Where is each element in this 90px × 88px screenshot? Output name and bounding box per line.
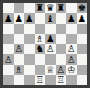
square-b8[interactable] bbox=[14, 3, 25, 13]
square-g4[interactable]: ♙ bbox=[66, 44, 77, 54]
square-f6[interactable] bbox=[56, 24, 67, 34]
square-g8[interactable] bbox=[66, 3, 77, 13]
square-a6[interactable] bbox=[3, 24, 14, 34]
white-pawn-icon: ♙ bbox=[46, 44, 55, 53]
white-pawn-icon: ♙ bbox=[4, 54, 13, 63]
square-b3[interactable] bbox=[14, 54, 25, 64]
white-rook-icon: ♖ bbox=[56, 75, 65, 84]
black-pawn-icon: ♟ bbox=[14, 13, 23, 22]
white-pawn-icon: ♙ bbox=[67, 54, 76, 63]
black-queen-icon: ♛ bbox=[46, 3, 55, 12]
square-d8[interactable]: ♜ bbox=[35, 3, 46, 13]
black-knight-icon: ♞ bbox=[35, 44, 44, 53]
square-d1[interactable]: ♖ bbox=[35, 75, 46, 85]
square-e7[interactable]: ♝ bbox=[45, 13, 56, 23]
chess-board-frame: ♜♛♜♚♟♟♟♝♟♟♗♟♙♞♙♙♙♙♗♕♙♔♖♖ bbox=[0, 0, 90, 88]
square-e5[interactable]: ♟ bbox=[45, 34, 56, 44]
square-c7[interactable]: ♟ bbox=[24, 13, 35, 23]
square-g6[interactable] bbox=[66, 24, 77, 34]
square-f4[interactable] bbox=[56, 44, 67, 54]
square-f5[interactable] bbox=[56, 34, 67, 44]
square-b1[interactable] bbox=[14, 75, 25, 85]
square-a8[interactable] bbox=[3, 3, 14, 13]
square-a3[interactable]: ♙ bbox=[3, 54, 14, 64]
square-a2[interactable] bbox=[3, 65, 14, 75]
square-c3[interactable] bbox=[24, 54, 35, 64]
square-c6[interactable] bbox=[24, 24, 35, 34]
square-e3[interactable] bbox=[45, 54, 56, 64]
square-g5[interactable] bbox=[66, 34, 77, 44]
white-queen-icon: ♕ bbox=[46, 65, 55, 74]
square-h1[interactable] bbox=[77, 75, 88, 85]
square-c1[interactable] bbox=[24, 75, 35, 85]
square-d5[interactable]: ♗ bbox=[35, 34, 46, 44]
chess-board: ♜♛♜♚♟♟♟♝♟♟♗♟♙♞♙♙♙♙♗♕♙♔♖♖ bbox=[3, 3, 87, 85]
square-h5[interactable] bbox=[77, 34, 88, 44]
square-h2[interactable] bbox=[77, 65, 88, 75]
square-a1[interactable] bbox=[3, 75, 14, 85]
square-h4[interactable] bbox=[77, 44, 88, 54]
square-f7[interactable] bbox=[56, 13, 67, 23]
square-a7[interactable]: ♟ bbox=[3, 13, 14, 23]
black-bishop-icon: ♝ bbox=[46, 13, 55, 22]
black-pawn-icon: ♟ bbox=[4, 13, 13, 22]
square-d6[interactable] bbox=[35, 24, 46, 34]
black-pawn-icon: ♟ bbox=[77, 13, 86, 22]
square-f3[interactable] bbox=[56, 54, 67, 64]
square-g1[interactable] bbox=[66, 75, 77, 85]
square-a4[interactable] bbox=[3, 44, 14, 54]
square-b5[interactable] bbox=[14, 34, 25, 44]
white-pawn-icon: ♙ bbox=[67, 44, 76, 53]
square-e6[interactable] bbox=[45, 24, 56, 34]
square-f2[interactable]: ♙ bbox=[56, 65, 67, 75]
white-bishop-icon: ♗ bbox=[14, 65, 23, 74]
square-g2[interactable]: ♔ bbox=[66, 65, 77, 75]
square-a5[interactable] bbox=[3, 34, 14, 44]
square-g7[interactable]: ♟ bbox=[66, 13, 77, 23]
square-h6[interactable] bbox=[77, 24, 88, 34]
square-b4[interactable]: ♙ bbox=[14, 44, 25, 54]
square-c5[interactable] bbox=[24, 34, 35, 44]
square-h8[interactable]: ♚ bbox=[77, 3, 88, 13]
white-pawn-icon: ♙ bbox=[14, 44, 23, 53]
white-rook-icon: ♖ bbox=[35, 75, 44, 84]
square-d7[interactable] bbox=[35, 13, 46, 23]
square-f8[interactable]: ♜ bbox=[56, 3, 67, 13]
black-rook-icon: ♜ bbox=[56, 3, 65, 12]
square-c4[interactable] bbox=[24, 44, 35, 54]
black-pawn-icon: ♟ bbox=[67, 13, 76, 22]
square-d3[interactable] bbox=[35, 54, 46, 64]
square-b7[interactable]: ♟ bbox=[14, 13, 25, 23]
white-bishop-icon: ♗ bbox=[35, 34, 44, 43]
square-e8[interactable]: ♛ bbox=[45, 3, 56, 13]
square-c2[interactable] bbox=[24, 65, 35, 75]
square-d4[interactable]: ♞ bbox=[35, 44, 46, 54]
black-pawn-icon: ♟ bbox=[46, 34, 55, 43]
square-e4[interactable]: ♙ bbox=[45, 44, 56, 54]
square-c8[interactable] bbox=[24, 3, 35, 13]
white-king-icon: ♔ bbox=[67, 65, 76, 74]
white-pawn-icon: ♙ bbox=[56, 65, 65, 74]
square-b6[interactable] bbox=[14, 24, 25, 34]
square-e2[interactable]: ♕ bbox=[45, 65, 56, 75]
square-h7[interactable]: ♟ bbox=[77, 13, 88, 23]
black-rook-icon: ♜ bbox=[35, 3, 44, 12]
square-f1[interactable]: ♖ bbox=[56, 75, 67, 85]
square-e1[interactable] bbox=[45, 75, 56, 85]
square-b2[interactable]: ♗ bbox=[14, 65, 25, 75]
black-pawn-icon: ♟ bbox=[25, 13, 34, 22]
square-d2[interactable] bbox=[35, 65, 46, 75]
square-h3[interactable] bbox=[77, 54, 88, 64]
black-king-icon: ♚ bbox=[77, 3, 86, 12]
square-g3[interactable]: ♙ bbox=[66, 54, 77, 64]
